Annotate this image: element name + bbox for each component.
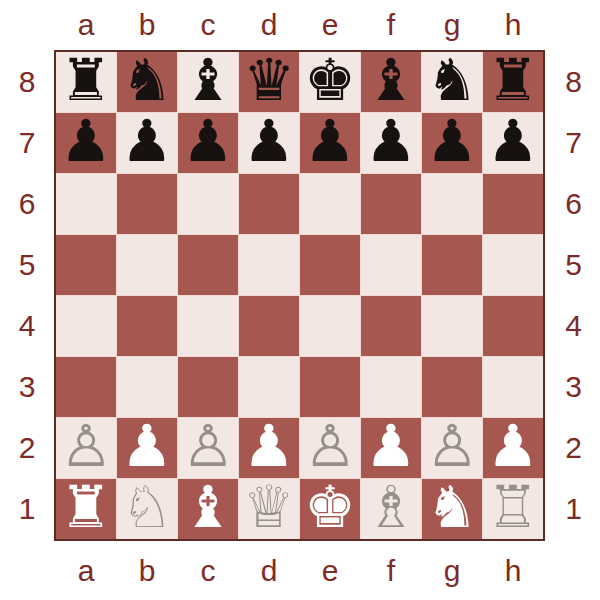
piece-white-rook[interactable]: ♜ — [60, 478, 112, 536]
rank-label-4: 4 — [547, 296, 600, 356]
square-g3[interactable] — [422, 357, 482, 417]
piece-black-bishop[interactable]: ♝ — [182, 51, 234, 109]
square-c3[interactable] — [178, 357, 238, 417]
rank-label-5: 5 — [0, 235, 54, 295]
piece-white-pawn[interactable]: ♙ — [182, 417, 234, 475]
file-label-c: c — [178, 0, 238, 50]
square-c6[interactable] — [178, 174, 238, 234]
square-d1[interactable]: ♕ — [239, 479, 299, 539]
piece-black-king[interactable]: ♚ — [304, 51, 356, 109]
piece-white-bishop[interactable]: ♗ — [365, 478, 417, 536]
piece-white-pawn[interactable]: ♙ — [304, 417, 356, 475]
square-a2[interactable]: ♙ — [56, 418, 116, 478]
square-a6[interactable] — [56, 174, 116, 234]
piece-white-pawn[interactable]: ♙ — [426, 417, 478, 475]
square-f6[interactable] — [361, 174, 421, 234]
piece-black-rook[interactable]: ♜ — [487, 51, 539, 109]
square-d4[interactable] — [239, 296, 299, 356]
square-f1[interactable]: ♗ — [361, 479, 421, 539]
square-b4[interactable] — [117, 296, 177, 356]
file-labels-bottom: abcdefgh — [56, 546, 543, 596]
piece-black-pawn[interactable]: ♟ — [60, 112, 112, 170]
chess-position-screenshot: abcdefgh 87654321 ♜♞♝♛♚♝♞♜♟♟♟♟♟♟♟♟♙♟♙♟♙♟… — [0, 0, 600, 600]
square-g1[interactable]: ♞ — [422, 479, 482, 539]
square-b2[interactable]: ♟ — [117, 418, 177, 478]
file-label-b: b — [117, 546, 177, 596]
file-label-e: e — [300, 0, 360, 50]
square-d2[interactable]: ♟ — [239, 418, 299, 478]
square-c7[interactable]: ♟ — [178, 113, 238, 173]
file-label-g: g — [422, 0, 482, 50]
square-f2[interactable]: ♟ — [361, 418, 421, 478]
board-frame: ♜♞♝♛♚♝♞♜♟♟♟♟♟♟♟♟♙♟♙♟♙♟♙♟♜♘♝♕♚♗♞♖ — [54, 50, 545, 541]
square-d5[interactable] — [239, 235, 299, 295]
rank-labels-left: 87654321 — [0, 52, 54, 539]
square-e6[interactable] — [300, 174, 360, 234]
piece-black-pawn[interactable]: ♟ — [182, 112, 234, 170]
square-e1[interactable]: ♚ — [300, 479, 360, 539]
rank-label-7: 7 — [547, 113, 600, 173]
square-h7[interactable]: ♟ — [483, 113, 543, 173]
square-b7[interactable]: ♟ — [117, 113, 177, 173]
rank-label-8: 8 — [547, 52, 600, 112]
file-labels-top: abcdefgh — [56, 0, 543, 50]
square-g6[interactable] — [422, 174, 482, 234]
square-c5[interactable] — [178, 235, 238, 295]
rank-label-1: 1 — [0, 479, 54, 539]
square-a4[interactable] — [56, 296, 116, 356]
square-e4[interactable] — [300, 296, 360, 356]
square-a1[interactable]: ♜ — [56, 479, 116, 539]
square-f4[interactable] — [361, 296, 421, 356]
chess-board: ♜♞♝♛♚♝♞♜♟♟♟♟♟♟♟♟♙♟♙♟♙♟♙♟♜♘♝♕♚♗♞♖ — [56, 52, 543, 539]
file-label-h: h — [483, 0, 543, 50]
square-h6[interactable] — [483, 174, 543, 234]
rank-label-6: 6 — [547, 174, 600, 234]
square-h5[interactable] — [483, 235, 543, 295]
piece-black-pawn[interactable]: ♟ — [365, 112, 417, 170]
file-label-g: g — [422, 546, 482, 596]
file-label-f: f — [361, 0, 421, 50]
square-d6[interactable] — [239, 174, 299, 234]
rank-label-6: 6 — [0, 174, 54, 234]
piece-black-pawn[interactable]: ♟ — [426, 112, 478, 170]
square-f7[interactable]: ♟ — [361, 113, 421, 173]
rank-label-4: 4 — [0, 296, 54, 356]
file-label-d: d — [239, 546, 299, 596]
square-f3[interactable] — [361, 357, 421, 417]
piece-white-pawn[interactable]: ♟ — [243, 417, 295, 475]
piece-black-bishop[interactable]: ♝ — [365, 51, 417, 109]
piece-white-pawn[interactable]: ♟ — [487, 417, 539, 475]
square-g7[interactable]: ♟ — [422, 113, 482, 173]
square-d8[interactable]: ♛ — [239, 52, 299, 112]
square-e2[interactable]: ♙ — [300, 418, 360, 478]
square-c8[interactable]: ♝ — [178, 52, 238, 112]
square-c1[interactable]: ♝ — [178, 479, 238, 539]
square-c4[interactable] — [178, 296, 238, 356]
square-b3[interactable] — [117, 357, 177, 417]
piece-black-knight[interactable]: ♞ — [121, 51, 173, 109]
piece-white-pawn[interactable]: ♙ — [60, 417, 112, 475]
piece-white-pawn[interactable]: ♟ — [365, 417, 417, 475]
square-e5[interactable] — [300, 235, 360, 295]
square-e8[interactable]: ♚ — [300, 52, 360, 112]
square-a5[interactable] — [56, 235, 116, 295]
square-a7[interactable]: ♟ — [56, 113, 116, 173]
file-label-c: c — [178, 546, 238, 596]
file-label-b: b — [117, 0, 177, 50]
square-a3[interactable] — [56, 357, 116, 417]
rank-label-5: 5 — [547, 235, 600, 295]
piece-white-rook[interactable]: ♖ — [487, 478, 539, 536]
square-c2[interactable]: ♙ — [178, 418, 238, 478]
rank-label-1: 1 — [547, 479, 600, 539]
piece-white-knight[interactable]: ♞ — [426, 478, 478, 536]
square-g2[interactable]: ♙ — [422, 418, 482, 478]
piece-black-knight[interactable]: ♞ — [426, 51, 478, 109]
piece-black-pawn[interactable]: ♟ — [304, 112, 356, 170]
piece-white-knight[interactable]: ♘ — [121, 478, 173, 536]
piece-black-pawn[interactable]: ♟ — [121, 112, 173, 170]
piece-white-queen[interactable]: ♕ — [243, 478, 295, 536]
rank-labels-right: 87654321 — [547, 52, 600, 539]
square-b5[interactable] — [117, 235, 177, 295]
square-e7[interactable]: ♟ — [300, 113, 360, 173]
square-f8[interactable]: ♝ — [361, 52, 421, 112]
square-d7[interactable]: ♟ — [239, 113, 299, 173]
square-h2[interactable]: ♟ — [483, 418, 543, 478]
square-g4[interactable] — [422, 296, 482, 356]
piece-black-pawn[interactable]: ♟ — [487, 112, 539, 170]
rank-label-2: 2 — [547, 418, 600, 478]
piece-black-queen[interactable]: ♛ — [243, 51, 295, 109]
square-b8[interactable]: ♞ — [117, 52, 177, 112]
square-g8[interactable]: ♞ — [422, 52, 482, 112]
square-g5[interactable] — [422, 235, 482, 295]
piece-white-king[interactable]: ♚ — [304, 478, 356, 536]
file-label-h: h — [483, 546, 543, 596]
square-e3[interactable] — [300, 357, 360, 417]
square-d3[interactable] — [239, 357, 299, 417]
piece-white-bishop[interactable]: ♝ — [182, 478, 234, 536]
file-label-e: e — [300, 546, 360, 596]
rank-label-3: 3 — [547, 357, 600, 417]
file-label-d: d — [239, 0, 299, 50]
file-label-a: a — [56, 546, 116, 596]
square-h3[interactable] — [483, 357, 543, 417]
file-label-a: a — [56, 0, 116, 50]
square-h8[interactable]: ♜ — [483, 52, 543, 112]
file-label-f: f — [361, 546, 421, 596]
piece-black-rook[interactable]: ♜ — [60, 51, 112, 109]
piece-white-pawn[interactable]: ♟ — [121, 417, 173, 475]
square-a8[interactable]: ♜ — [56, 52, 116, 112]
rank-label-8: 8 — [0, 52, 54, 112]
square-f5[interactable] — [361, 235, 421, 295]
square-h1[interactable]: ♖ — [483, 479, 543, 539]
rank-label-2: 2 — [0, 418, 54, 478]
rank-label-3: 3 — [0, 357, 54, 417]
square-b6[interactable] — [117, 174, 177, 234]
square-h4[interactable] — [483, 296, 543, 356]
piece-black-pawn[interactable]: ♟ — [243, 112, 295, 170]
square-b1[interactable]: ♘ — [117, 479, 177, 539]
rank-label-7: 7 — [0, 113, 54, 173]
